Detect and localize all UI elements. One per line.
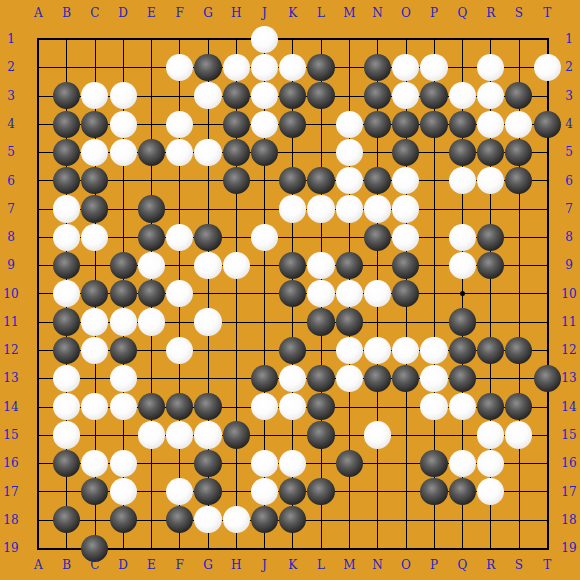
board-cell-K18[interactable] xyxy=(279,506,307,534)
board-cell-K11[interactable] xyxy=(279,308,307,336)
board-cell-Q9[interactable] xyxy=(448,251,476,279)
board-cell-Q17[interactable] xyxy=(448,477,476,505)
board-cell-L6[interactable] xyxy=(307,167,335,195)
board-cell-H7[interactable] xyxy=(222,195,250,223)
board-cell-Q3[interactable] xyxy=(448,82,476,110)
board-cell-F12[interactable] xyxy=(166,336,194,364)
board-cell-R8[interactable] xyxy=(476,223,504,251)
board-cell-K1[interactable] xyxy=(279,25,307,53)
board-cell-H8[interactable] xyxy=(222,223,250,251)
board-cell-E17[interactable] xyxy=(137,477,165,505)
board-cell-D1[interactable] xyxy=(109,25,137,53)
board-cell-P7[interactable] xyxy=(420,195,448,223)
board-cell-L3[interactable] xyxy=(307,82,335,110)
board-cell-L14[interactable] xyxy=(307,393,335,421)
board-cell-K13[interactable] xyxy=(279,364,307,392)
board-cell-E11[interactable] xyxy=(137,308,165,336)
board-cell-A4[interactable] xyxy=(24,110,52,138)
board-cell-T11[interactable] xyxy=(533,308,561,336)
board-cell-M1[interactable] xyxy=(335,25,363,53)
board-cell-B3[interactable] xyxy=(52,82,80,110)
board-cell-J13[interactable] xyxy=(250,364,278,392)
board-cell-H17[interactable] xyxy=(222,477,250,505)
board-cell-N17[interactable] xyxy=(363,477,391,505)
board-cell-G8[interactable] xyxy=(194,223,222,251)
board-cell-R4[interactable] xyxy=(476,110,504,138)
board-cell-L8[interactable] xyxy=(307,223,335,251)
board-cell-R16[interactable] xyxy=(476,449,504,477)
board-cell-A16[interactable] xyxy=(24,449,52,477)
board-cell-L10[interactable] xyxy=(307,280,335,308)
board-cell-R1[interactable] xyxy=(476,25,504,53)
board-cell-C11[interactable] xyxy=(81,308,109,336)
board-cell-T8[interactable] xyxy=(533,223,561,251)
board-cell-P8[interactable] xyxy=(420,223,448,251)
board-cell-T3[interactable] xyxy=(533,82,561,110)
board-cell-K9[interactable] xyxy=(279,251,307,279)
board-cell-J2[interactable] xyxy=(250,53,278,81)
board-cell-D10[interactable] xyxy=(109,280,137,308)
board-cell-O11[interactable] xyxy=(392,308,420,336)
board-cell-D18[interactable] xyxy=(109,506,137,534)
board-cell-C8[interactable] xyxy=(81,223,109,251)
board-cell-D2[interactable] xyxy=(109,53,137,81)
board-cell-D7[interactable] xyxy=(109,195,137,223)
board-cell-H9[interactable] xyxy=(222,251,250,279)
board-cell-N8[interactable] xyxy=(363,223,391,251)
board-cell-M3[interactable] xyxy=(335,82,363,110)
board-cell-N18[interactable] xyxy=(363,506,391,534)
board-cell-M9[interactable] xyxy=(335,251,363,279)
board-cell-J10[interactable] xyxy=(250,280,278,308)
board-cell-A6[interactable] xyxy=(24,167,52,195)
board-cell-G2[interactable] xyxy=(194,53,222,81)
board-cell-A11[interactable] xyxy=(24,308,52,336)
board-cell-J1[interactable] xyxy=(250,25,278,53)
board-cell-H11[interactable] xyxy=(222,308,250,336)
board-cell-Q1[interactable] xyxy=(448,25,476,53)
board-cell-G1[interactable] xyxy=(194,25,222,53)
board-cell-F7[interactable] xyxy=(166,195,194,223)
board-cell-N6[interactable] xyxy=(363,167,391,195)
board-cell-D3[interactable] xyxy=(109,82,137,110)
board-cell-E18[interactable] xyxy=(137,506,165,534)
board-cell-K17[interactable] xyxy=(279,477,307,505)
board-cell-S14[interactable] xyxy=(505,393,533,421)
board-cell-T16[interactable] xyxy=(533,449,561,477)
board-cell-A12[interactable] xyxy=(24,336,52,364)
board-cell-O5[interactable] xyxy=(392,138,420,166)
board-cell-P3[interactable] xyxy=(420,82,448,110)
board-cell-H4[interactable] xyxy=(222,110,250,138)
board-cell-S1[interactable] xyxy=(505,25,533,53)
board-cell-M2[interactable] xyxy=(335,53,363,81)
board-cell-S10[interactable] xyxy=(505,280,533,308)
board-cell-G7[interactable] xyxy=(194,195,222,223)
board-cell-R2[interactable] xyxy=(476,53,504,81)
board-cell-F3[interactable] xyxy=(166,82,194,110)
board-cell-J12[interactable] xyxy=(250,336,278,364)
board-cell-G13[interactable] xyxy=(194,364,222,392)
board-cell-Q11[interactable] xyxy=(448,308,476,336)
board-cell-N9[interactable] xyxy=(363,251,391,279)
board-cell-E13[interactable] xyxy=(137,364,165,392)
board-cell-A7[interactable] xyxy=(24,195,52,223)
board-cell-T6[interactable] xyxy=(533,167,561,195)
board-cell-D6[interactable] xyxy=(109,167,137,195)
board-cell-D4[interactable] xyxy=(109,110,137,138)
board-cell-L16[interactable] xyxy=(307,449,335,477)
board-cell-S13[interactable] xyxy=(505,364,533,392)
board-cell-L4[interactable] xyxy=(307,110,335,138)
board-cell-B4[interactable] xyxy=(52,110,80,138)
board-cell-F14[interactable] xyxy=(166,393,194,421)
board-cell-P12[interactable] xyxy=(420,336,448,364)
board-cell-A10[interactable] xyxy=(24,280,52,308)
board-cell-C1[interactable] xyxy=(81,25,109,53)
board-cell-R17[interactable] xyxy=(476,477,504,505)
board-cell-F15[interactable] xyxy=(166,421,194,449)
board-cell-H16[interactable] xyxy=(222,449,250,477)
board-cell-T7[interactable] xyxy=(533,195,561,223)
board-cell-G18[interactable] xyxy=(194,506,222,534)
board-cell-R14[interactable] xyxy=(476,393,504,421)
board-cell-K12[interactable] xyxy=(279,336,307,364)
board-cell-P1[interactable] xyxy=(420,25,448,53)
board-cell-A14[interactable] xyxy=(24,393,52,421)
board-cell-S3[interactable] xyxy=(505,82,533,110)
board-cell-T12[interactable] xyxy=(533,336,561,364)
board-cell-D5[interactable] xyxy=(109,138,137,166)
board-cell-B16[interactable] xyxy=(52,449,80,477)
board-cell-F5[interactable] xyxy=(166,138,194,166)
board-cell-T17[interactable] xyxy=(533,477,561,505)
board-cell-M5[interactable] xyxy=(335,138,363,166)
board-cell-P11[interactable] xyxy=(420,308,448,336)
board-cell-B18[interactable] xyxy=(52,506,80,534)
board-cell-S12[interactable] xyxy=(505,336,533,364)
board-cell-N1[interactable] xyxy=(363,25,391,53)
board-cell-B2[interactable] xyxy=(52,53,80,81)
board-cell-A3[interactable] xyxy=(24,82,52,110)
board-cell-E4[interactable] xyxy=(137,110,165,138)
board-cell-H5[interactable] xyxy=(222,138,250,166)
board-cell-P13[interactable] xyxy=(420,364,448,392)
board-cell-M6[interactable] xyxy=(335,167,363,195)
board-cell-K5[interactable] xyxy=(279,138,307,166)
board-cell-L12[interactable] xyxy=(307,336,335,364)
board-cell-D15[interactable] xyxy=(109,421,137,449)
board-cell-N15[interactable] xyxy=(363,421,391,449)
board-cell-A13[interactable] xyxy=(24,364,52,392)
board-cell-O18[interactable] xyxy=(392,506,420,534)
board-cell-L1[interactable] xyxy=(307,25,335,53)
board-cell-B9[interactable] xyxy=(52,251,80,279)
board-cell-J6[interactable] xyxy=(250,167,278,195)
board-cell-J5[interactable] xyxy=(250,138,278,166)
board-cell-S4[interactable] xyxy=(505,110,533,138)
board-cell-L18[interactable] xyxy=(307,506,335,534)
board-cell-R15[interactable] xyxy=(476,421,504,449)
board-cell-L7[interactable] xyxy=(307,195,335,223)
board-cell-Q12[interactable] xyxy=(448,336,476,364)
board-cell-N3[interactable] xyxy=(363,82,391,110)
board-cell-E2[interactable] xyxy=(137,53,165,81)
board-cell-T9[interactable] xyxy=(533,251,561,279)
board-cell-B1[interactable] xyxy=(52,25,80,53)
board-cell-R18[interactable] xyxy=(476,506,504,534)
board-cell-J15[interactable] xyxy=(250,421,278,449)
board-cell-D9[interactable] xyxy=(109,251,137,279)
board-cell-N10[interactable] xyxy=(363,280,391,308)
board-cell-E10[interactable] xyxy=(137,280,165,308)
board-cell-B13[interactable] xyxy=(52,364,80,392)
board-cell-G15[interactable] xyxy=(194,421,222,449)
board-cell-D11[interactable] xyxy=(109,308,137,336)
board-cell-H13[interactable] xyxy=(222,364,250,392)
board-cell-G14[interactable] xyxy=(194,393,222,421)
board-cell-O15[interactable] xyxy=(392,421,420,449)
board-cell-B12[interactable] xyxy=(52,336,80,364)
board-cell-G3[interactable] xyxy=(194,82,222,110)
board-cell-M18[interactable] xyxy=(335,506,363,534)
board-cell-C2[interactable] xyxy=(81,53,109,81)
board-cell-S5[interactable] xyxy=(505,138,533,166)
board-cell-R7[interactable] xyxy=(476,195,504,223)
board-cell-D12[interactable] xyxy=(109,336,137,364)
board-cell-H3[interactable] xyxy=(222,82,250,110)
board-cell-B7[interactable] xyxy=(52,195,80,223)
board-cell-T10[interactable] xyxy=(533,280,561,308)
board-cell-P14[interactable] xyxy=(420,393,448,421)
board-cell-G11[interactable] xyxy=(194,308,222,336)
board-cell-H12[interactable] xyxy=(222,336,250,364)
board-cell-S7[interactable] xyxy=(505,195,533,223)
board-cell-D14[interactable] xyxy=(109,393,137,421)
board-cell-C15[interactable] xyxy=(81,421,109,449)
board-cell-P2[interactable] xyxy=(420,53,448,81)
board-cell-K15[interactable] xyxy=(279,421,307,449)
board-cell-F6[interactable] xyxy=(166,167,194,195)
board-cell-T18[interactable] xyxy=(533,506,561,534)
board-cell-A17[interactable] xyxy=(24,477,52,505)
board-cell-F4[interactable] xyxy=(166,110,194,138)
board-cell-A18[interactable] xyxy=(24,506,52,534)
board-cell-Q10[interactable] xyxy=(448,280,476,308)
board-cell-O6[interactable] xyxy=(392,167,420,195)
board-cell-T14[interactable] xyxy=(533,393,561,421)
board-cell-E1[interactable] xyxy=(137,25,165,53)
board-cell-F8[interactable] xyxy=(166,223,194,251)
board-cell-O1[interactable] xyxy=(392,25,420,53)
board-cell-C7[interactable] xyxy=(81,195,109,223)
board-cell-G17[interactable] xyxy=(194,477,222,505)
board-cell-F18[interactable] xyxy=(166,506,194,534)
board-cell-J11[interactable] xyxy=(250,308,278,336)
board-cell-K2[interactable] xyxy=(279,53,307,81)
board-cell-O10[interactable] xyxy=(392,280,420,308)
board-cell-N5[interactable] xyxy=(363,138,391,166)
board-cell-A9[interactable] xyxy=(24,251,52,279)
board-cell-C14[interactable] xyxy=(81,393,109,421)
board-cell-H2[interactable] xyxy=(222,53,250,81)
board-cell-P6[interactable] xyxy=(420,167,448,195)
board-cell-Q18[interactable] xyxy=(448,506,476,534)
board-cell-P18[interactable] xyxy=(420,506,448,534)
board-cell-M8[interactable] xyxy=(335,223,363,251)
board-cell-G5[interactable] xyxy=(194,138,222,166)
board-cell-C10[interactable] xyxy=(81,280,109,308)
board-cell-J4[interactable] xyxy=(250,110,278,138)
board-cell-C4[interactable] xyxy=(81,110,109,138)
board-cell-L11[interactable] xyxy=(307,308,335,336)
board-cell-P15[interactable] xyxy=(420,421,448,449)
board-cell-Q13[interactable] xyxy=(448,364,476,392)
board-cell-S15[interactable] xyxy=(505,421,533,449)
board-cell-A8[interactable] xyxy=(24,223,52,251)
board-cell-J8[interactable] xyxy=(250,223,278,251)
board-cell-B5[interactable] xyxy=(52,138,80,166)
board-cell-O8[interactable] xyxy=(392,223,420,251)
board-cell-T15[interactable] xyxy=(533,421,561,449)
board-cell-N12[interactable] xyxy=(363,336,391,364)
board-cell-S8[interactable] xyxy=(505,223,533,251)
board-cell-C12[interactable] xyxy=(81,336,109,364)
board-cell-K3[interactable] xyxy=(279,82,307,110)
board-cell-C3[interactable] xyxy=(81,82,109,110)
board-cell-S17[interactable] xyxy=(505,477,533,505)
board-cell-L13[interactable] xyxy=(307,364,335,392)
board-cell-O14[interactable] xyxy=(392,393,420,421)
board-cell-T5[interactable] xyxy=(533,138,561,166)
board-cell-R13[interactable] xyxy=(476,364,504,392)
board-cell-S11[interactable] xyxy=(505,308,533,336)
board-cell-K8[interactable] xyxy=(279,223,307,251)
board-cell-F1[interactable] xyxy=(166,25,194,53)
board-cell-J16[interactable] xyxy=(250,449,278,477)
board-cell-K14[interactable] xyxy=(279,393,307,421)
board-cell-C6[interactable] xyxy=(81,167,109,195)
board-cell-A15[interactable] xyxy=(24,421,52,449)
board-cell-R9[interactable] xyxy=(476,251,504,279)
board-cell-O16[interactable] xyxy=(392,449,420,477)
board-cell-A5[interactable] xyxy=(24,138,52,166)
board-cell-F17[interactable] xyxy=(166,477,194,505)
board-cell-M16[interactable] xyxy=(335,449,363,477)
board-cell-R6[interactable] xyxy=(476,167,504,195)
board-cell-O12[interactable] xyxy=(392,336,420,364)
board-cell-N11[interactable] xyxy=(363,308,391,336)
board-cell-G9[interactable] xyxy=(194,251,222,279)
board-cell-B17[interactable] xyxy=(52,477,80,505)
board-cell-F11[interactable] xyxy=(166,308,194,336)
board-cell-B14[interactable] xyxy=(52,393,80,421)
board-cell-D13[interactable] xyxy=(109,364,137,392)
board-cell-C5[interactable] xyxy=(81,138,109,166)
board-cell-O17[interactable] xyxy=(392,477,420,505)
board-cell-O3[interactable] xyxy=(392,82,420,110)
board-cell-M7[interactable] xyxy=(335,195,363,223)
board-cell-M4[interactable] xyxy=(335,110,363,138)
board-cell-K4[interactable] xyxy=(279,110,307,138)
board-cell-O4[interactable] xyxy=(392,110,420,138)
board-cell-N2[interactable] xyxy=(363,53,391,81)
board-cell-S6[interactable] xyxy=(505,167,533,195)
board-cell-E7[interactable] xyxy=(137,195,165,223)
board-cell-B8[interactable] xyxy=(52,223,80,251)
board-cell-P5[interactable] xyxy=(420,138,448,166)
board-cell-N7[interactable] xyxy=(363,195,391,223)
board-cell-O13[interactable] xyxy=(392,364,420,392)
board-cell-L5[interactable] xyxy=(307,138,335,166)
board-cell-M14[interactable] xyxy=(335,393,363,421)
board-cell-F16[interactable] xyxy=(166,449,194,477)
board-cell-N4[interactable] xyxy=(363,110,391,138)
board-cell-E5[interactable] xyxy=(137,138,165,166)
board-cell-G10[interactable] xyxy=(194,280,222,308)
board-cell-H1[interactable] xyxy=(222,25,250,53)
board-cell-Q16[interactable] xyxy=(448,449,476,477)
board-cell-M15[interactable] xyxy=(335,421,363,449)
board-cell-C17[interactable] xyxy=(81,477,109,505)
board-cell-F9[interactable] xyxy=(166,251,194,279)
board-cell-S16[interactable] xyxy=(505,449,533,477)
board-cell-N14[interactable] xyxy=(363,393,391,421)
board-cell-G4[interactable] xyxy=(194,110,222,138)
board-cell-E15[interactable] xyxy=(137,421,165,449)
board-cell-J9[interactable] xyxy=(250,251,278,279)
board-cell-T13[interactable] xyxy=(533,364,561,392)
board-cell-E6[interactable] xyxy=(137,167,165,195)
board-cell-M12[interactable] xyxy=(335,336,363,364)
board-cell-L9[interactable] xyxy=(307,251,335,279)
board-cell-R3[interactable] xyxy=(476,82,504,110)
board-cell-H15[interactable] xyxy=(222,421,250,449)
board-cell-K7[interactable] xyxy=(279,195,307,223)
board-cell-J3[interactable] xyxy=(250,82,278,110)
board-cell-L2[interactable] xyxy=(307,53,335,81)
board-cell-P17[interactable] xyxy=(420,477,448,505)
board-cell-A2[interactable] xyxy=(24,53,52,81)
board-cell-B10[interactable] xyxy=(52,280,80,308)
board-cell-M11[interactable] xyxy=(335,308,363,336)
board-cell-G6[interactable] xyxy=(194,167,222,195)
board-cell-E9[interactable] xyxy=(137,251,165,279)
board-cell-M17[interactable] xyxy=(335,477,363,505)
board-cell-E16[interactable] xyxy=(137,449,165,477)
board-cell-Q5[interactable] xyxy=(448,138,476,166)
board-cell-E3[interactable] xyxy=(137,82,165,110)
board-cell-O2[interactable] xyxy=(392,53,420,81)
board-cell-K10[interactable] xyxy=(279,280,307,308)
board-cell-T4[interactable] xyxy=(533,110,561,138)
board-cell-T2[interactable] xyxy=(533,53,561,81)
board-cell-S9[interactable] xyxy=(505,251,533,279)
board-cell-A1[interactable] xyxy=(24,25,52,53)
board-cell-L15[interactable] xyxy=(307,421,335,449)
board-cell-P10[interactable] xyxy=(420,280,448,308)
board-cell-G16[interactable] xyxy=(194,449,222,477)
board-cell-M13[interactable] xyxy=(335,364,363,392)
board-cell-E12[interactable] xyxy=(137,336,165,364)
board-cell-K16[interactable] xyxy=(279,449,307,477)
board-cell-F10[interactable] xyxy=(166,280,194,308)
board-cell-O7[interactable] xyxy=(392,195,420,223)
board-cell-S18[interactable] xyxy=(505,506,533,534)
board-cell-Q4[interactable] xyxy=(448,110,476,138)
board-cell-P4[interactable] xyxy=(420,110,448,138)
board-cell-N16[interactable] xyxy=(363,449,391,477)
